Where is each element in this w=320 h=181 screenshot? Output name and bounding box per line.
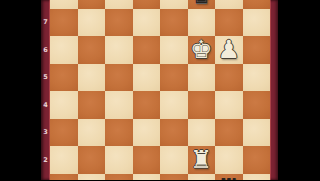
chess-board-frame: ♚♚♟♜♜ 12345678	[41, 0, 278, 180]
square-e7[interactable]	[160, 9, 188, 37]
square-d4[interactable]	[133, 91, 161, 119]
piece-black-rook-g1[interactable]: ♜	[215, 174, 243, 181]
square-c8[interactable]	[105, 0, 133, 9]
square-e3[interactable]	[160, 119, 188, 147]
square-b4[interactable]	[78, 91, 106, 119]
square-h3[interactable]	[243, 119, 271, 147]
square-a1[interactable]	[50, 174, 78, 181]
square-c2[interactable]	[105, 146, 133, 174]
square-e6[interactable]	[160, 36, 188, 64]
square-g3[interactable]	[215, 119, 243, 147]
square-g7[interactable]	[215, 9, 243, 37]
square-h7[interactable]	[243, 9, 271, 37]
square-d7[interactable]	[133, 9, 161, 37]
square-d2[interactable]	[133, 146, 161, 174]
square-b8[interactable]	[78, 0, 106, 9]
square-c6[interactable]	[105, 36, 133, 64]
square-g4[interactable]	[215, 91, 243, 119]
rank-label-5: 5	[41, 64, 50, 92]
square-a3[interactable]	[50, 119, 78, 147]
square-d1[interactable]	[133, 174, 161, 181]
square-g2[interactable]	[215, 146, 243, 174]
square-c5[interactable]	[105, 64, 133, 92]
piece-white-pawn-g6[interactable]: ♟	[215, 36, 243, 64]
square-b5[interactable]	[78, 64, 106, 92]
square-h4[interactable]	[243, 91, 271, 119]
rank-label-3: 3	[41, 119, 50, 147]
rank-label-8: 8	[41, 0, 50, 9]
square-h5[interactable]	[243, 64, 271, 92]
rank-label-1: 1	[41, 174, 50, 181]
rank-label-2: 2	[41, 146, 50, 174]
rank-label-4: 4	[41, 91, 50, 119]
square-c7[interactable]	[105, 9, 133, 37]
rank-label-7: 7	[41, 9, 50, 37]
square-h2[interactable]	[243, 146, 271, 174]
chess-board: ♚♚♟♜♜	[50, 0, 270, 180]
square-h6[interactable]	[243, 36, 271, 64]
square-f5[interactable]	[188, 64, 216, 92]
square-a2[interactable]	[50, 146, 78, 174]
square-h8[interactable]	[243, 0, 271, 9]
square-b2[interactable]	[78, 146, 106, 174]
square-f3[interactable]	[188, 119, 216, 147]
square-e8[interactable]	[160, 0, 188, 9]
square-e2[interactable]	[160, 146, 188, 174]
square-b7[interactable]	[78, 9, 106, 37]
square-c4[interactable]	[105, 91, 133, 119]
rank-label-6: 6	[41, 36, 50, 64]
square-d6[interactable]	[133, 36, 161, 64]
piece-white-king-f6[interactable]: ♚	[188, 36, 216, 64]
square-e1[interactable]	[160, 174, 188, 181]
piece-black-king-f8[interactable]: ♚	[188, 0, 216, 9]
square-g8[interactable]	[215, 0, 243, 9]
square-f4[interactable]	[188, 91, 216, 119]
square-f1[interactable]	[188, 174, 216, 181]
square-d3[interactable]	[133, 119, 161, 147]
square-c1[interactable]	[105, 174, 133, 181]
piece-white-rook-f2[interactable]: ♜	[188, 146, 216, 174]
square-g5[interactable]	[215, 64, 243, 92]
square-b3[interactable]	[78, 119, 106, 147]
square-a7[interactable]	[50, 9, 78, 37]
square-a8[interactable]	[50, 0, 78, 9]
square-c3[interactable]	[105, 119, 133, 147]
square-a5[interactable]	[50, 64, 78, 92]
square-a4[interactable]	[50, 91, 78, 119]
square-d5[interactable]	[133, 64, 161, 92]
square-d8[interactable]	[133, 0, 161, 9]
square-h1[interactable]	[243, 174, 271, 181]
square-f7[interactable]	[188, 9, 216, 37]
square-b6[interactable]	[78, 36, 106, 64]
square-a6[interactable]	[50, 36, 78, 64]
square-b1[interactable]	[78, 174, 106, 181]
square-e5[interactable]	[160, 64, 188, 92]
square-e4[interactable]	[160, 91, 188, 119]
